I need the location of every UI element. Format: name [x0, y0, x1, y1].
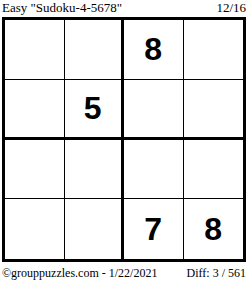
- cell-r2c2: 5: [65, 80, 125, 140]
- cell-r2c3[interactable]: [124, 80, 184, 140]
- cell-r3c4[interactable]: [184, 140, 244, 200]
- cell-r1c1[interactable]: [5, 20, 65, 80]
- sudoku-page: Easy "Sudoku-4-5678" 12/16 8 5 7 8 ©grou…: [0, 0, 248, 282]
- cell-r4c4: 8: [184, 199, 244, 259]
- cell-r3c1[interactable]: [5, 140, 65, 200]
- cell-r4c2[interactable]: [65, 199, 125, 259]
- cell-r1c2[interactable]: [65, 20, 125, 80]
- cell-r2c4[interactable]: [184, 80, 244, 140]
- difficulty-text: Diff: 3 / 561: [187, 266, 246, 280]
- cell-r2c1[interactable]: [5, 80, 65, 140]
- footer: ©grouppuzzles.com - 1/22/2021 Diff: 3 / …: [2, 265, 246, 280]
- cell-r4c1[interactable]: [5, 199, 65, 259]
- puzzle-title: Easy "Sudoku-4-5678": [2, 0, 122, 15]
- cell-r1c4[interactable]: [184, 20, 244, 80]
- progress-counter: 12/16: [216, 0, 246, 15]
- header: Easy "Sudoku-4-5678" 12/16: [2, 0, 246, 16]
- cell-r4c3: 7: [124, 199, 184, 259]
- copyright-text: ©grouppuzzles.com - 1/22/2021: [2, 266, 157, 280]
- sudoku-board: 8 5 7 8: [2, 17, 246, 262]
- cell-r3c2[interactable]: [65, 140, 125, 200]
- cell-r3c3[interactable]: [124, 140, 184, 200]
- cell-r1c3: 8: [124, 20, 184, 80]
